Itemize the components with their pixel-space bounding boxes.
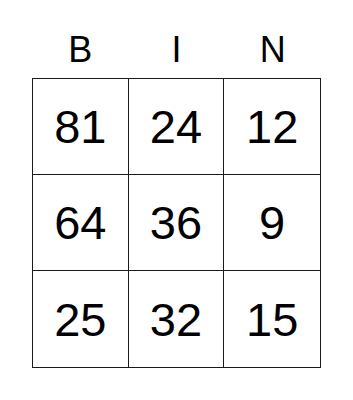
cell-r1c2[interactable]: 24	[129, 79, 225, 175]
bingo-card: B I N 81 24 12 64 36 9 25 32 15	[0, 0, 353, 400]
cell-r2c1[interactable]: 64	[33, 175, 129, 271]
cell-r3c3[interactable]: 15	[224, 271, 320, 367]
cell-r3c1[interactable]: 25	[33, 271, 129, 367]
column-headers: B I N	[32, 25, 321, 75]
cell-r2c3[interactable]: 9	[224, 175, 320, 271]
cell-r3c2[interactable]: 32	[129, 271, 225, 367]
cell-r2c2[interactable]: 36	[129, 175, 225, 271]
cell-r1c1[interactable]: 81	[33, 79, 129, 175]
column-header-n: N	[225, 25, 321, 75]
column-header-i: I	[128, 25, 224, 75]
column-header-b: B	[32, 25, 128, 75]
bingo-grid: 81 24 12 64 36 9 25 32 15	[32, 78, 321, 368]
cell-r1c3[interactable]: 12	[224, 79, 320, 175]
